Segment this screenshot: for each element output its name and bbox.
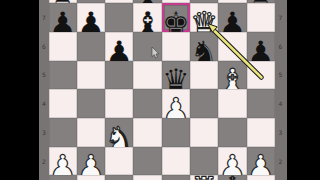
square-a6[interactable] bbox=[49, 32, 77, 61]
square-e1[interactable] bbox=[162, 175, 190, 180]
rank-label-right-7: 7 bbox=[276, 14, 286, 21]
square-d4[interactable] bbox=[133, 89, 161, 118]
square-h3[interactable] bbox=[247, 118, 275, 147]
square-c7[interactable] bbox=[105, 3, 133, 32]
square-a1[interactable] bbox=[49, 175, 77, 180]
square-h2[interactable]: ♟ bbox=[247, 147, 275, 176]
square-b4[interactable] bbox=[77, 89, 105, 118]
square-c2[interactable] bbox=[105, 147, 133, 176]
rank-label-right-6: 6 bbox=[276, 43, 286, 50]
square-c3[interactable]: ♞ bbox=[105, 118, 133, 147]
piece-white-rook-f1[interactable]: ♜ bbox=[190, 173, 218, 180]
square-d3[interactable] bbox=[133, 118, 161, 147]
square-f5[interactable] bbox=[190, 61, 218, 90]
piece-white-king-g1[interactable]: ♚ bbox=[218, 173, 246, 180]
square-a4[interactable] bbox=[49, 89, 77, 118]
square-g3[interactable] bbox=[218, 118, 246, 147]
square-h6[interactable]: ♟ bbox=[247, 32, 275, 61]
square-d7[interactable]: ♝ bbox=[133, 3, 161, 32]
square-a3[interactable] bbox=[49, 118, 77, 147]
square-h4[interactable] bbox=[247, 89, 275, 118]
rank-label-left-4: 4 bbox=[39, 100, 49, 107]
square-f4[interactable] bbox=[190, 89, 218, 118]
square-g6[interactable] bbox=[218, 32, 246, 61]
rank-label-left-7: 7 bbox=[39, 14, 49, 21]
square-b6[interactable] bbox=[77, 32, 105, 61]
square-b5[interactable] bbox=[77, 61, 105, 90]
rank-label-right-2: 2 bbox=[276, 158, 286, 165]
square-d6[interactable] bbox=[133, 32, 161, 61]
right-black-bar bbox=[287, 0, 320, 180]
rank-label-right-3: 3 bbox=[276, 129, 286, 136]
square-c5[interactable] bbox=[105, 61, 133, 90]
rank-label-left-5: 5 bbox=[39, 71, 49, 78]
square-h1[interactable] bbox=[247, 175, 275, 180]
square-e4[interactable]: ♟ bbox=[162, 89, 190, 118]
square-e2[interactable] bbox=[162, 147, 190, 176]
square-g5[interactable]: ♝ bbox=[218, 61, 246, 90]
rank-label-left-3: 3 bbox=[39, 129, 49, 136]
square-b3[interactable] bbox=[77, 118, 105, 147]
square-g4[interactable] bbox=[218, 89, 246, 118]
square-f7[interactable]: ♛ bbox=[190, 3, 218, 32]
square-c6[interactable]: ♟ bbox=[105, 32, 133, 61]
square-e6[interactable] bbox=[162, 32, 190, 61]
rank-label-left-2: 2 bbox=[39, 158, 49, 165]
square-h5[interactable] bbox=[247, 61, 275, 90]
rank-label-right-4: 4 bbox=[276, 100, 286, 107]
chess-board[interactable]: ♜♝♜♟♟♝♚♛♟♟♞♟♛♝♟♞♟♟♟♟♜♚ bbox=[49, 0, 275, 180]
square-a7[interactable]: ♟ bbox=[49, 3, 77, 32]
rank-label-left-6: 6 bbox=[39, 43, 49, 50]
square-g1[interactable]: ♚ bbox=[218, 175, 246, 180]
square-b2[interactable]: ♟ bbox=[77, 147, 105, 176]
square-c1[interactable] bbox=[105, 175, 133, 180]
square-d1[interactable] bbox=[133, 175, 161, 180]
left-black-bar bbox=[0, 0, 39, 180]
square-d2[interactable] bbox=[133, 147, 161, 176]
square-c4[interactable] bbox=[105, 89, 133, 118]
square-f1[interactable]: ♜ bbox=[190, 175, 218, 180]
square-b7[interactable]: ♟ bbox=[77, 3, 105, 32]
square-e5[interactable]: ♛ bbox=[162, 61, 190, 90]
square-b1[interactable] bbox=[77, 175, 105, 180]
square-f3[interactable] bbox=[190, 118, 218, 147]
rank-label-right-5: 5 bbox=[276, 71, 286, 78]
video-frame: 7 6 5 4 3 2 7 6 5 4 3 2 ♜♝♜♟♟♝♚♛♟♟♞♟♛♝♟♞… bbox=[0, 0, 320, 180]
square-g7[interactable]: ♟ bbox=[218, 3, 246, 32]
square-a5[interactable] bbox=[49, 61, 77, 90]
square-a2[interactable]: ♟ bbox=[49, 147, 77, 176]
square-d5[interactable] bbox=[133, 61, 161, 90]
square-e7[interactable]: ♚ bbox=[162, 3, 190, 32]
square-e3[interactable] bbox=[162, 118, 190, 147]
square-h7[interactable] bbox=[247, 3, 275, 32]
square-f6[interactable]: ♞ bbox=[190, 32, 218, 61]
